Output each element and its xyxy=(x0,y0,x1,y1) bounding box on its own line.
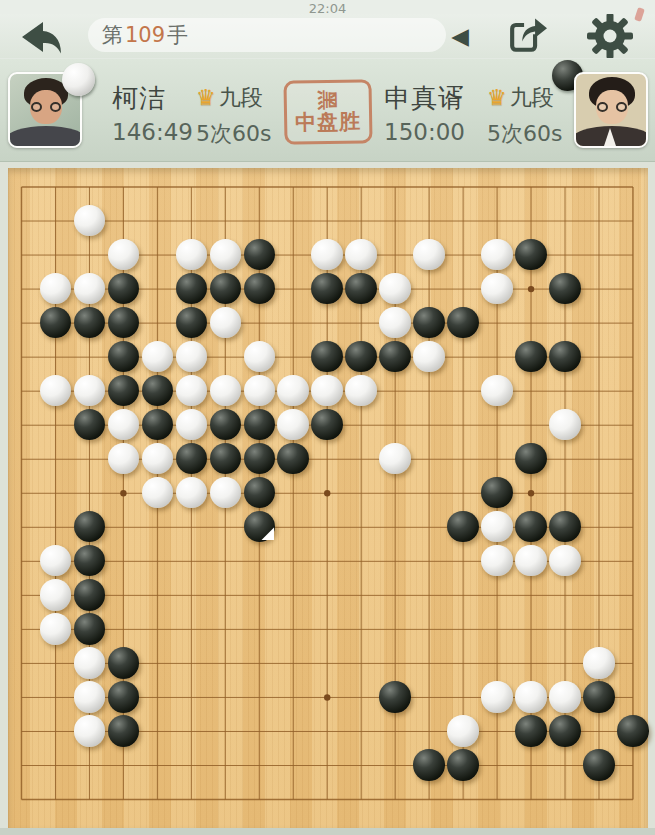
board-point[interactable] xyxy=(208,204,242,238)
board-point[interactable] xyxy=(378,204,412,238)
move-counter[interactable]: 第109手 xyxy=(88,18,446,52)
board-point[interactable] xyxy=(5,544,39,578)
board-point[interactable] xyxy=(480,272,514,306)
board-point[interactable] xyxy=(446,578,480,612)
board-point[interactable] xyxy=(106,646,140,680)
board-point[interactable] xyxy=(310,204,344,238)
board-point[interactable] xyxy=(616,714,650,748)
board-point[interactable] xyxy=(344,646,378,680)
board-point[interactable] xyxy=(38,646,72,680)
board-point[interactable] xyxy=(276,748,310,782)
board-point[interactable] xyxy=(5,748,39,782)
board-point[interactable] xyxy=(5,374,39,408)
board-point[interactable] xyxy=(378,170,412,204)
board-point[interactable] xyxy=(378,544,412,578)
board-point[interactable] xyxy=(72,578,106,612)
board-point[interactable] xyxy=(106,510,140,544)
board-point[interactable] xyxy=(72,306,106,340)
board-point[interactable] xyxy=(310,748,344,782)
board-point[interactable] xyxy=(344,340,378,374)
board-point[interactable] xyxy=(174,272,208,306)
board-point[interactable] xyxy=(378,238,412,272)
board-point[interactable] xyxy=(548,578,582,612)
board-point[interactable] xyxy=(5,714,39,748)
board-point[interactable] xyxy=(446,238,480,272)
board-point[interactable] xyxy=(514,714,548,748)
board-point[interactable] xyxy=(480,646,514,680)
board-point[interactable] xyxy=(38,340,72,374)
board-point[interactable] xyxy=(72,476,106,510)
board-point[interactable] xyxy=(548,510,582,544)
board-point[interactable] xyxy=(276,680,310,714)
board-point[interactable] xyxy=(514,374,548,408)
board-point[interactable] xyxy=(38,578,72,612)
board-point[interactable] xyxy=(480,544,514,578)
board-point[interactable] xyxy=(446,782,480,816)
board-point[interactable] xyxy=(446,272,480,306)
board-point[interactable] xyxy=(208,578,242,612)
board-point[interactable] xyxy=(446,374,480,408)
board-point[interactable] xyxy=(106,612,140,646)
board-point[interactable] xyxy=(140,646,174,680)
board-point[interactable] xyxy=(378,476,412,510)
board-point[interactable] xyxy=(106,578,140,612)
board-point[interactable] xyxy=(514,612,548,646)
board-point[interactable] xyxy=(208,544,242,578)
board-point[interactable] xyxy=(5,306,39,340)
board-point[interactable] xyxy=(548,306,582,340)
board-point[interactable] xyxy=(208,374,242,408)
board-point[interactable] xyxy=(548,204,582,238)
board-point[interactable] xyxy=(616,374,650,408)
board-point[interactable] xyxy=(548,442,582,476)
board-point[interactable] xyxy=(72,408,106,442)
board-point[interactable] xyxy=(310,646,344,680)
board-point[interactable] xyxy=(174,306,208,340)
board-point[interactable] xyxy=(242,408,276,442)
board-point[interactable] xyxy=(480,714,514,748)
board-point[interactable] xyxy=(140,510,174,544)
board-point[interactable] xyxy=(446,442,480,476)
board-point[interactable] xyxy=(38,476,72,510)
board-point[interactable] xyxy=(344,544,378,578)
board-point[interactable] xyxy=(480,782,514,816)
board-point[interactable] xyxy=(276,340,310,374)
board-point[interactable] xyxy=(72,748,106,782)
board-point[interactable] xyxy=(72,612,106,646)
board-point[interactable] xyxy=(446,408,480,442)
board-point[interactable] xyxy=(446,612,480,646)
board-point[interactable] xyxy=(276,272,310,306)
board-point[interactable] xyxy=(5,408,39,442)
board-point[interactable] xyxy=(310,544,344,578)
board-point[interactable] xyxy=(412,306,446,340)
board-point[interactable] xyxy=(582,238,616,272)
board-point[interactable] xyxy=(446,306,480,340)
board-point[interactable] xyxy=(208,612,242,646)
board-point[interactable] xyxy=(208,306,242,340)
board-point[interactable] xyxy=(208,408,242,442)
board-point[interactable] xyxy=(242,340,276,374)
board-point[interactable] xyxy=(310,578,344,612)
board-point[interactable] xyxy=(344,408,378,442)
board-point[interactable] xyxy=(480,680,514,714)
board-point[interactable] xyxy=(140,442,174,476)
board-point[interactable] xyxy=(174,374,208,408)
settings-button[interactable] xyxy=(586,12,634,60)
back-button[interactable] xyxy=(16,16,64,58)
board-point[interactable] xyxy=(548,646,582,680)
board-point[interactable] xyxy=(310,510,344,544)
board-point[interactable] xyxy=(208,340,242,374)
board-point[interactable] xyxy=(344,578,378,612)
board-point[interactable] xyxy=(616,544,650,578)
board-point[interactable] xyxy=(480,612,514,646)
board-point[interactable] xyxy=(446,170,480,204)
board-point[interactable] xyxy=(38,442,72,476)
board-point[interactable] xyxy=(514,544,548,578)
board-point[interactable] xyxy=(582,476,616,510)
board-point[interactable] xyxy=(548,374,582,408)
board-point[interactable] xyxy=(72,272,106,306)
board-point[interactable] xyxy=(140,204,174,238)
board-point[interactable] xyxy=(446,544,480,578)
board-point[interactable] xyxy=(616,442,650,476)
board-point[interactable] xyxy=(514,646,548,680)
board-point[interactable] xyxy=(242,748,276,782)
board-point[interactable] xyxy=(276,306,310,340)
board-point[interactable] xyxy=(446,714,480,748)
board-point[interactable] xyxy=(72,714,106,748)
board-point[interactable] xyxy=(412,442,446,476)
board-point[interactable] xyxy=(276,238,310,272)
board-point[interactable] xyxy=(446,646,480,680)
board-point[interactable] xyxy=(446,204,480,238)
board-point[interactable] xyxy=(242,612,276,646)
board-point[interactable] xyxy=(208,646,242,680)
board-point[interactable] xyxy=(412,476,446,510)
board-point[interactable] xyxy=(616,782,650,816)
board-point[interactable] xyxy=(514,306,548,340)
board-point[interactable] xyxy=(548,680,582,714)
board-point[interactable] xyxy=(106,442,140,476)
board-point[interactable] xyxy=(548,238,582,272)
board-point[interactable] xyxy=(72,646,106,680)
board-point[interactable] xyxy=(378,646,412,680)
board-point[interactable] xyxy=(378,680,412,714)
board-point[interactable] xyxy=(174,578,208,612)
board-point[interactable] xyxy=(242,170,276,204)
board-point[interactable] xyxy=(412,408,446,442)
board-point[interactable] xyxy=(38,782,72,816)
board-point[interactable] xyxy=(106,476,140,510)
board-point[interactable] xyxy=(38,204,72,238)
board-point[interactable] xyxy=(106,272,140,306)
board-point[interactable] xyxy=(140,408,174,442)
board-point[interactable] xyxy=(310,442,344,476)
board-point[interactable] xyxy=(412,782,446,816)
board-point[interactable] xyxy=(616,612,650,646)
board-point[interactable] xyxy=(276,374,310,408)
board-point[interactable] xyxy=(208,748,242,782)
board-point[interactable] xyxy=(548,748,582,782)
board-point[interactable] xyxy=(582,340,616,374)
board-point[interactable] xyxy=(616,170,650,204)
board-point[interactable] xyxy=(412,510,446,544)
board-point[interactable] xyxy=(344,714,378,748)
board-point[interactable] xyxy=(548,340,582,374)
board-point[interactable] xyxy=(616,510,650,544)
board-point[interactable] xyxy=(38,544,72,578)
board-point[interactable] xyxy=(378,782,412,816)
board-point[interactable] xyxy=(174,544,208,578)
board-point[interactable] xyxy=(514,680,548,714)
board-point[interactable] xyxy=(344,680,378,714)
board-point[interactable] xyxy=(310,612,344,646)
board-point[interactable] xyxy=(378,510,412,544)
board-point[interactable] xyxy=(276,612,310,646)
board-point[interactable] xyxy=(276,476,310,510)
board-point[interactable] xyxy=(616,238,650,272)
board-point[interactable] xyxy=(616,680,650,714)
board-point[interactable] xyxy=(140,782,174,816)
board-point[interactable] xyxy=(106,306,140,340)
board-point[interactable] xyxy=(38,408,72,442)
board-point[interactable] xyxy=(514,408,548,442)
board-point[interactable] xyxy=(140,714,174,748)
board-point[interactable] xyxy=(480,238,514,272)
board-point[interactable] xyxy=(140,272,174,306)
board-point[interactable] xyxy=(412,748,446,782)
board-point[interactable] xyxy=(514,340,548,374)
board-point[interactable] xyxy=(140,612,174,646)
board-point[interactable] xyxy=(5,578,39,612)
board-point[interactable] xyxy=(582,612,616,646)
board-point[interactable] xyxy=(582,442,616,476)
board-point[interactable] xyxy=(242,782,276,816)
board-point[interactable] xyxy=(38,748,72,782)
board-point[interactable] xyxy=(548,782,582,816)
board-point[interactable] xyxy=(276,714,310,748)
board-point[interactable] xyxy=(310,306,344,340)
board-point[interactable] xyxy=(412,578,446,612)
board-point[interactable] xyxy=(106,170,140,204)
board-point[interactable] xyxy=(514,204,548,238)
board-point[interactable] xyxy=(174,612,208,646)
board-point[interactable] xyxy=(72,442,106,476)
board-point[interactable] xyxy=(548,408,582,442)
board-point[interactable] xyxy=(174,340,208,374)
board-point[interactable] xyxy=(446,680,480,714)
board-point[interactable] xyxy=(242,306,276,340)
board-point[interactable] xyxy=(38,272,72,306)
board-point[interactable] xyxy=(446,476,480,510)
board-point[interactable] xyxy=(140,578,174,612)
board-point[interactable] xyxy=(242,714,276,748)
board-point[interactable] xyxy=(378,272,412,306)
board-point[interactable] xyxy=(242,578,276,612)
board-point[interactable] xyxy=(140,374,174,408)
board-point[interactable] xyxy=(208,782,242,816)
board-point[interactable] xyxy=(514,748,548,782)
board-point[interactable] xyxy=(582,510,616,544)
board-point[interactable] xyxy=(106,408,140,442)
board-point[interactable] xyxy=(548,612,582,646)
board-point[interactable] xyxy=(276,646,310,680)
board-point[interactable] xyxy=(242,238,276,272)
board-point[interactable] xyxy=(72,170,106,204)
board-point[interactable] xyxy=(38,170,72,204)
board-point[interactable] xyxy=(208,510,242,544)
board-point[interactable] xyxy=(616,408,650,442)
board-point[interactable] xyxy=(242,510,276,544)
board-point[interactable] xyxy=(548,714,582,748)
board-point[interactable] xyxy=(582,680,616,714)
board-point[interactable] xyxy=(174,476,208,510)
board-point[interactable] xyxy=(480,442,514,476)
board-point[interactable] xyxy=(106,238,140,272)
share-button[interactable] xyxy=(503,14,551,58)
board-point[interactable] xyxy=(412,272,446,306)
board-point[interactable] xyxy=(344,374,378,408)
board-point[interactable] xyxy=(378,340,412,374)
board-point[interactable] xyxy=(412,204,446,238)
board-point[interactable] xyxy=(582,578,616,612)
board-point[interactable] xyxy=(276,510,310,544)
board-point[interactable] xyxy=(38,238,72,272)
board-point[interactable] xyxy=(38,306,72,340)
player-right-avatar[interactable] xyxy=(574,72,648,148)
board-point[interactable] xyxy=(38,374,72,408)
board-point[interactable] xyxy=(344,476,378,510)
board-point[interactable] xyxy=(208,238,242,272)
board-point[interactable] xyxy=(208,442,242,476)
board-point[interactable] xyxy=(582,170,616,204)
board-point[interactable] xyxy=(106,782,140,816)
board-point[interactable] xyxy=(480,748,514,782)
board-point[interactable] xyxy=(310,272,344,306)
board-point[interactable] xyxy=(310,238,344,272)
board-point[interactable] xyxy=(5,170,39,204)
board-point[interactable] xyxy=(378,442,412,476)
board-point[interactable] xyxy=(174,170,208,204)
board-point[interactable] xyxy=(140,476,174,510)
board-point[interactable] xyxy=(72,238,106,272)
board-point[interactable] xyxy=(480,306,514,340)
board-point[interactable] xyxy=(174,680,208,714)
board-point[interactable] xyxy=(616,646,650,680)
board-point[interactable] xyxy=(582,272,616,306)
board-point[interactable] xyxy=(106,204,140,238)
board-point[interactable] xyxy=(378,374,412,408)
board-point[interactable] xyxy=(616,204,650,238)
board-point[interactable] xyxy=(514,476,548,510)
board-point[interactable] xyxy=(174,204,208,238)
board-point[interactable] xyxy=(480,374,514,408)
board-point[interactable] xyxy=(106,374,140,408)
board-point[interactable] xyxy=(412,646,446,680)
board-point[interactable] xyxy=(276,544,310,578)
board-point[interactable] xyxy=(208,272,242,306)
board-point[interactable] xyxy=(446,748,480,782)
board-point[interactable] xyxy=(480,204,514,238)
board-point[interactable] xyxy=(344,510,378,544)
board-point[interactable] xyxy=(548,476,582,510)
board-point[interactable] xyxy=(378,714,412,748)
board-point[interactable] xyxy=(378,306,412,340)
board-point[interactable] xyxy=(514,510,548,544)
board-point[interactable] xyxy=(310,340,344,374)
board-point[interactable] xyxy=(378,578,412,612)
board-point[interactable] xyxy=(276,782,310,816)
board-point[interactable] xyxy=(310,714,344,748)
board-point[interactable] xyxy=(378,748,412,782)
board-point[interactable] xyxy=(480,476,514,510)
board-point[interactable] xyxy=(412,170,446,204)
board-point[interactable] xyxy=(344,170,378,204)
board-point[interactable] xyxy=(548,170,582,204)
board-point[interactable] xyxy=(514,578,548,612)
board-point[interactable] xyxy=(378,612,412,646)
board-point[interactable] xyxy=(38,510,72,544)
board-point[interactable] xyxy=(480,578,514,612)
board-point[interactable] xyxy=(480,510,514,544)
board-point[interactable] xyxy=(140,238,174,272)
board-point[interactable] xyxy=(174,646,208,680)
board-point[interactable] xyxy=(5,510,39,544)
board-point[interactable] xyxy=(514,238,548,272)
board-point[interactable] xyxy=(5,442,39,476)
board-point[interactable] xyxy=(616,272,650,306)
board-point[interactable] xyxy=(616,306,650,340)
board-point[interactable] xyxy=(412,680,446,714)
board-point[interactable] xyxy=(140,544,174,578)
board-point[interactable] xyxy=(616,340,650,374)
board-point[interactable] xyxy=(548,544,582,578)
board-point[interactable] xyxy=(514,272,548,306)
board-point[interactable] xyxy=(174,238,208,272)
board-point[interactable] xyxy=(38,680,72,714)
board-point[interactable] xyxy=(38,714,72,748)
board-point[interactable] xyxy=(72,204,106,238)
board-point[interactable] xyxy=(242,544,276,578)
board-point[interactable] xyxy=(310,408,344,442)
board-point[interactable] xyxy=(242,374,276,408)
board-point[interactable] xyxy=(174,782,208,816)
board-point[interactable] xyxy=(72,680,106,714)
board-point[interactable] xyxy=(106,544,140,578)
board-point[interactable] xyxy=(208,170,242,204)
board-point[interactable] xyxy=(276,170,310,204)
board-point[interactable] xyxy=(514,170,548,204)
board-point[interactable] xyxy=(276,204,310,238)
board-point[interactable] xyxy=(5,340,39,374)
board-point[interactable] xyxy=(582,544,616,578)
board-point[interactable] xyxy=(72,782,106,816)
board-point[interactable] xyxy=(616,748,650,782)
board-point[interactable] xyxy=(276,408,310,442)
board-point[interactable] xyxy=(480,340,514,374)
board-point[interactable] xyxy=(106,714,140,748)
board-point[interactable] xyxy=(310,782,344,816)
board-point[interactable] xyxy=(5,612,39,646)
board-point[interactable] xyxy=(480,408,514,442)
board-point[interactable] xyxy=(582,306,616,340)
board-point[interactable] xyxy=(616,476,650,510)
board-point[interactable] xyxy=(344,204,378,238)
board-point[interactable] xyxy=(106,340,140,374)
board-point[interactable] xyxy=(412,340,446,374)
